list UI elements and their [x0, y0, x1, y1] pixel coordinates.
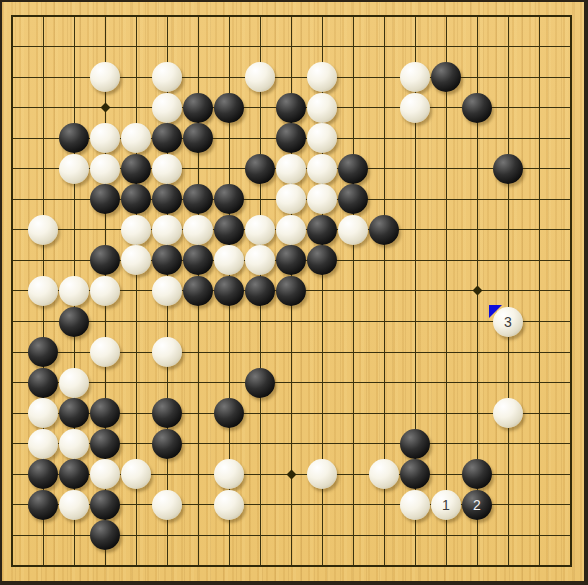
stone-black[interactable]: [369, 215, 399, 245]
stone-white[interactable]: [28, 215, 58, 245]
stone-black[interactable]: [493, 154, 523, 184]
stone-white[interactable]: [59, 490, 89, 520]
stone-white[interactable]: [276, 215, 306, 245]
stone-white[interactable]: [152, 215, 182, 245]
move-number-label: 2: [473, 498, 481, 512]
stone-white[interactable]: [28, 398, 58, 428]
stone-white[interactable]: [307, 62, 337, 92]
stone-black[interactable]: [28, 368, 58, 398]
stone-white[interactable]: [245, 215, 275, 245]
stone-white[interactable]: [307, 123, 337, 153]
stone-white[interactable]: [152, 93, 182, 123]
stone-black[interactable]: [121, 154, 151, 184]
move-number-label: 1: [442, 498, 450, 512]
stone-white[interactable]: [28, 276, 58, 306]
stone-white[interactable]: [90, 337, 120, 367]
move-number-label: 3: [504, 315, 512, 329]
stone-black[interactable]: [245, 368, 275, 398]
stone-white[interactable]: [152, 154, 182, 184]
stone-black[interactable]: [276, 276, 306, 306]
stone-black[interactable]: [59, 307, 89, 337]
stone-white[interactable]: [152, 62, 182, 92]
stone-black[interactable]: [400, 429, 430, 459]
stone-white[interactable]: [276, 154, 306, 184]
stone-white[interactable]: [90, 276, 120, 306]
stone-white[interactable]: [59, 429, 89, 459]
stone-black[interactable]: 2: [462, 490, 492, 520]
stone-white[interactable]: [400, 490, 430, 520]
stone-black[interactable]: [214, 215, 244, 245]
stone-black[interactable]: [245, 154, 275, 184]
stone-white[interactable]: [59, 276, 89, 306]
stone-white[interactable]: [152, 276, 182, 306]
stone-black[interactable]: [431, 62, 461, 92]
stone-white[interactable]: [307, 93, 337, 123]
go-board[interactable]: 312: [2, 2, 584, 581]
stone-white[interactable]: [400, 93, 430, 123]
stone-white[interactable]: [245, 62, 275, 92]
triangle-marker: [489, 305, 502, 318]
stone-black[interactable]: [152, 123, 182, 153]
stone-white[interactable]: [400, 62, 430, 92]
stone-black[interactable]: [276, 123, 306, 153]
stone-white[interactable]: [183, 215, 213, 245]
stone-white[interactable]: [90, 62, 120, 92]
stone-black[interactable]: [245, 276, 275, 306]
stone-black[interactable]: [90, 398, 120, 428]
stone-white[interactable]: [214, 490, 244, 520]
stone-black[interactable]: [59, 123, 89, 153]
stone-black[interactable]: [152, 429, 182, 459]
stone-white[interactable]: [90, 154, 120, 184]
stone-black[interactable]: [183, 123, 213, 153]
stone-black[interactable]: [90, 429, 120, 459]
stone-black[interactable]: [462, 93, 492, 123]
stone-white[interactable]: [493, 398, 523, 428]
stone-black[interactable]: [214, 398, 244, 428]
go-board-window: 312: [0, 0, 588, 585]
stone-white[interactable]: [307, 154, 337, 184]
stone-black[interactable]: [90, 490, 120, 520]
stone-black[interactable]: [152, 398, 182, 428]
stone-black[interactable]: [28, 337, 58, 367]
stone-black[interactable]: [59, 398, 89, 428]
stone-black[interactable]: [183, 93, 213, 123]
stone-black[interactable]: [28, 490, 58, 520]
stone-black[interactable]: [214, 276, 244, 306]
stone-black[interactable]: [183, 276, 213, 306]
stone-white[interactable]: [152, 490, 182, 520]
stone-white[interactable]: [338, 215, 368, 245]
stone-black[interactable]: [338, 154, 368, 184]
stone-black[interactable]: [276, 93, 306, 123]
stone-white[interactable]: [90, 123, 120, 153]
stone-white[interactable]: [28, 429, 58, 459]
stone-black[interactable]: [307, 215, 337, 245]
stone-white[interactable]: [121, 123, 151, 153]
stone-white[interactable]: [121, 215, 151, 245]
stone-white[interactable]: [59, 154, 89, 184]
stone-white[interactable]: [152, 337, 182, 367]
stone-black[interactable]: [214, 93, 244, 123]
stone-white[interactable]: [59, 368, 89, 398]
stone-white[interactable]: 1: [431, 490, 461, 520]
